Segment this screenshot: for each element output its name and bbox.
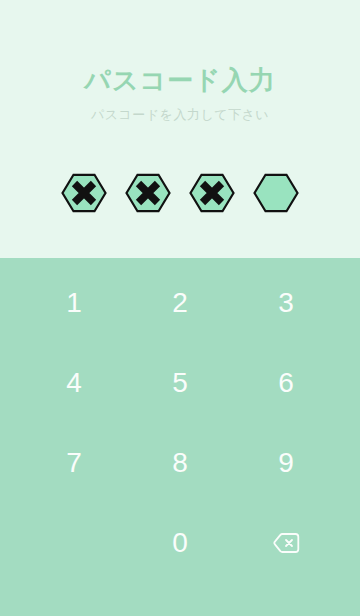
hexagon-icon [125, 173, 171, 213]
key-3[interactable]: 3 [233, 263, 339, 343]
key-empty [21, 503, 127, 583]
key-5[interactable]: 5 [127, 343, 233, 423]
key-8[interactable]: 8 [127, 423, 233, 503]
passcode-slot-1 [61, 173, 107, 213]
keypad-grid: 1 2 3 4 5 6 7 8 9 0 [0, 263, 360, 583]
key-2[interactable]: 2 [127, 263, 233, 343]
passcode-slot-2 [125, 173, 171, 213]
page-subtitle: パスコードを入力して下さい [0, 108, 360, 122]
key-backspace[interactable] [233, 503, 339, 583]
passcode-indicator [0, 173, 360, 213]
hexagon-icon [61, 173, 107, 213]
keypad: 1 2 3 4 5 6 7 8 9 0 [0, 258, 360, 616]
backspace-icon [273, 532, 300, 554]
hexagon-icon [189, 173, 235, 213]
page-title: パスコード入力 [0, 0, 360, 96]
passcode-slot-3 [189, 173, 235, 213]
key-1[interactable]: 1 [21, 263, 127, 343]
passcode-screen: パスコード入力 パスコードを入力して下さい [0, 0, 360, 616]
key-9[interactable]: 9 [233, 423, 339, 503]
key-0[interactable]: 0 [127, 503, 233, 583]
hexagon-icon [253, 173, 299, 213]
key-7[interactable]: 7 [21, 423, 127, 503]
passcode-header: パスコード入力 パスコードを入力して下さい [0, 0, 360, 258]
passcode-slot-4 [253, 173, 299, 213]
key-6[interactable]: 6 [233, 343, 339, 423]
key-4[interactable]: 4 [21, 343, 127, 423]
